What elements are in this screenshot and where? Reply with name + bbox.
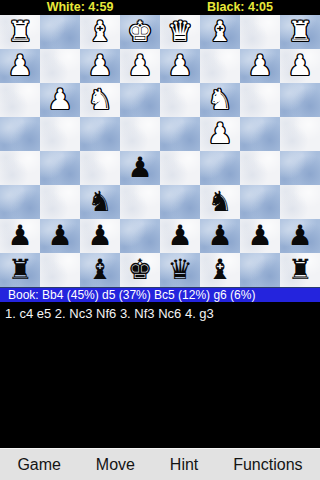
square-g4[interactable] [40, 117, 80, 151]
square-a1[interactable]: ♜ [280, 15, 320, 49]
black-knight: ♞ [207, 185, 232, 219]
square-f8[interactable]: ♝ [80, 253, 120, 287]
square-a6[interactable] [280, 185, 320, 219]
white-pawn: ♟ [167, 49, 192, 83]
square-e2[interactable]: ♟ [120, 49, 160, 83]
square-f3[interactable]: ♞ [80, 83, 120, 117]
white-queen: ♛ [167, 15, 192, 49]
square-g2[interactable] [40, 49, 80, 83]
square-h6[interactable] [0, 185, 40, 219]
white-pawn: ♟ [247, 49, 272, 83]
square-d3[interactable] [160, 83, 200, 117]
opening-book-text: Book: Bb4 (45%) d5 (37%) Bc5 (12%) g6 (6… [8, 288, 255, 302]
square-f7[interactable]: ♟ [80, 219, 120, 253]
square-c2[interactable] [200, 49, 240, 83]
square-a3[interactable] [280, 83, 320, 117]
square-e8[interactable]: ♚ [120, 253, 160, 287]
square-g5[interactable] [40, 151, 80, 185]
square-d1[interactable]: ♛ [160, 15, 200, 49]
black-bishop: ♝ [87, 253, 112, 287]
square-f1[interactable]: ♝ [80, 15, 120, 49]
square-e5[interactable]: ♟ [120, 151, 160, 185]
black-king: ♚ [127, 253, 152, 287]
square-g3[interactable]: ♟ [40, 83, 80, 117]
square-e4[interactable] [120, 117, 160, 151]
square-d5[interactable] [160, 151, 200, 185]
move-list: 1. c4 e5 2. Nc3 Nf6 3. Nf3 Nc6 4. g3 [0, 302, 320, 448]
white-bishop: ♝ [207, 15, 232, 49]
white-rook: ♜ [7, 15, 32, 49]
square-b5[interactable] [240, 151, 280, 185]
square-h2[interactable]: ♟ [0, 49, 40, 83]
white-king: ♚ [127, 15, 152, 49]
hint-button[interactable]: Hint [164, 456, 204, 474]
white-knight: ♞ [207, 83, 232, 117]
black-pawn: ♟ [167, 219, 192, 253]
square-e7[interactable] [120, 219, 160, 253]
square-f5[interactable] [80, 151, 120, 185]
white-pawn: ♟ [87, 49, 112, 83]
white-pawn: ♟ [207, 117, 232, 151]
chess-board: ♜♝♚♛♝♜♟♟♟♟♟♟♟♞♞♟♟♞♞♟♟♟♟♟♟♟♜♝♚♛♝♜ [0, 15, 320, 287]
square-a4[interactable] [280, 117, 320, 151]
square-e3[interactable] [120, 83, 160, 117]
black-pawn: ♟ [287, 219, 312, 253]
square-f2[interactable]: ♟ [80, 49, 120, 83]
square-c5[interactable] [200, 151, 240, 185]
square-f6[interactable]: ♞ [80, 185, 120, 219]
square-a8[interactable]: ♜ [280, 253, 320, 287]
square-a2[interactable]: ♟ [280, 49, 320, 83]
square-d2[interactable]: ♟ [160, 49, 200, 83]
square-h4[interactable] [0, 117, 40, 151]
square-h5[interactable] [0, 151, 40, 185]
functions-button[interactable]: Functions [227, 456, 308, 474]
clock-bar: White: 4:59 Black: 4:05 [0, 0, 320, 15]
square-e6[interactable] [120, 185, 160, 219]
square-e1[interactable]: ♚ [120, 15, 160, 49]
square-b7[interactable]: ♟ [240, 219, 280, 253]
white-rook: ♜ [287, 15, 312, 49]
black-pawn: ♟ [247, 219, 272, 253]
square-g7[interactable]: ♟ [40, 219, 80, 253]
square-c6[interactable]: ♞ [200, 185, 240, 219]
square-b1[interactable] [240, 15, 280, 49]
black-queen: ♛ [167, 253, 192, 287]
square-c1[interactable]: ♝ [200, 15, 240, 49]
square-a5[interactable] [280, 151, 320, 185]
square-b8[interactable] [240, 253, 280, 287]
square-h8[interactable]: ♜ [0, 253, 40, 287]
square-c8[interactable]: ♝ [200, 253, 240, 287]
opening-book-bar[interactable]: Book: Bb4 (45%) d5 (37%) Bc5 (12%) g6 (6… [0, 287, 320, 302]
square-g1[interactable] [40, 15, 80, 49]
square-b4[interactable] [240, 117, 280, 151]
white-pawn: ♟ [287, 49, 312, 83]
white-clock: White: 4:59 [0, 0, 160, 15]
square-b6[interactable] [240, 185, 280, 219]
square-f4[interactable] [80, 117, 120, 151]
square-g6[interactable] [40, 185, 80, 219]
black-pawn: ♟ [207, 219, 232, 253]
square-c4[interactable]: ♟ [200, 117, 240, 151]
white-pawn: ♟ [7, 49, 32, 83]
black-rook: ♜ [7, 253, 32, 287]
white-bishop: ♝ [87, 15, 112, 49]
square-h3[interactable] [0, 83, 40, 117]
black-pawn: ♟ [7, 219, 32, 253]
bottom-toolbar: Game Move Hint Functions [0, 448, 320, 480]
move-list-text: 1. c4 e5 2. Nc3 Nf6 3. Nf3 Nc6 4. g3 [5, 306, 214, 321]
square-d4[interactable] [160, 117, 200, 151]
square-c3[interactable]: ♞ [200, 83, 240, 117]
square-c7[interactable]: ♟ [200, 219, 240, 253]
square-d7[interactable]: ♟ [160, 219, 200, 253]
game-button[interactable]: Game [11, 456, 67, 474]
white-pawn: ♟ [127, 49, 152, 83]
square-a7[interactable]: ♟ [280, 219, 320, 253]
square-g8[interactable] [40, 253, 80, 287]
white-knight: ♞ [87, 83, 112, 117]
black-pawn: ♟ [127, 151, 152, 185]
black-bishop: ♝ [207, 253, 232, 287]
black-clock: Black: 4:05 [160, 0, 320, 15]
square-d6[interactable] [160, 185, 200, 219]
black-pawn: ♟ [47, 219, 72, 253]
black-pawn: ♟ [87, 219, 112, 253]
black-rook: ♜ [287, 253, 312, 287]
black-knight: ♞ [87, 185, 112, 219]
square-d8[interactable]: ♛ [160, 253, 200, 287]
square-h1[interactable]: ♜ [0, 15, 40, 49]
square-b2[interactable]: ♟ [240, 49, 280, 83]
white-pawn: ♟ [47, 83, 72, 117]
square-h7[interactable]: ♟ [0, 219, 40, 253]
chess-app-screen: White: 4:59 Black: 4:05 ♜♝♚♛♝♜♟♟♟♟♟♟♟♞♞♟… [0, 0, 320, 480]
square-b3[interactable] [240, 83, 280, 117]
move-button[interactable]: Move [90, 456, 141, 474]
